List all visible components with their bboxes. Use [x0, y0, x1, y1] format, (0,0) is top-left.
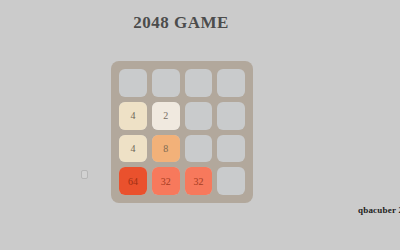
board-cell: 2 [152, 102, 180, 130]
stage: 2048 GAME 4248643232 qbacuber 2048 [0, 0, 400, 250]
watermark: qbacuber 2048 [358, 205, 400, 215]
board-cell [185, 69, 213, 97]
tile-4: 4 [119, 102, 147, 130]
board-cell: 32 [152, 167, 180, 195]
board-cell [217, 135, 245, 163]
board-cell [185, 102, 213, 130]
board-cell: 4 [119, 102, 147, 130]
board-cell [217, 167, 245, 195]
board-cell: 4 [119, 135, 147, 163]
game-board[interactable]: 4248643232 [111, 61, 253, 203]
tile-2: 2 [152, 102, 180, 130]
board-cell [217, 102, 245, 130]
tile-32: 32 [152, 167, 180, 195]
board-cell [185, 135, 213, 163]
page-title: 2048 GAME [0, 13, 362, 32]
tile-4: 4 [119, 135, 147, 163]
board-cell [217, 69, 245, 97]
board-cell: 32 [185, 167, 213, 195]
tile-8: 8 [152, 135, 180, 163]
tile-64: 64 [119, 167, 147, 195]
board-cell: 64 [119, 167, 147, 195]
board-cell [152, 69, 180, 97]
tile-32: 32 [185, 167, 213, 195]
board-cell: 8 [152, 135, 180, 163]
cursor-artifact [81, 170, 88, 179]
board-cell [119, 69, 147, 97]
